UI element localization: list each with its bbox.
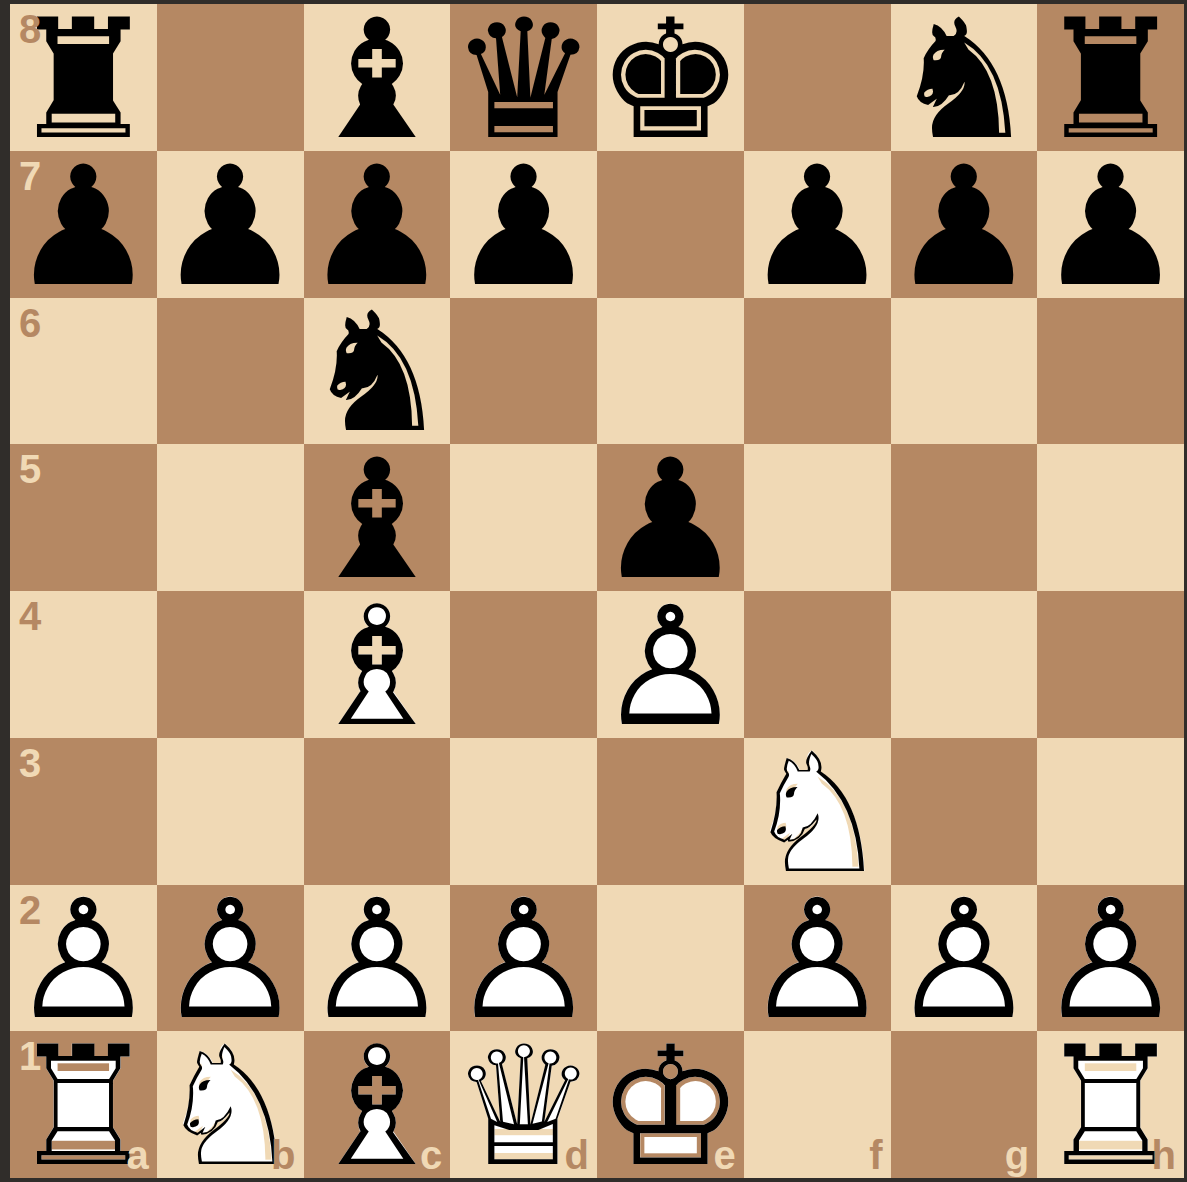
square-e1[interactable]: e♚♔ <box>597 1031 744 1178</box>
square-f5[interactable] <box>744 444 891 591</box>
piece-glyph-outline: ♗ <box>304 1034 451 1181</box>
piece-white-pawn[interactable]: ♟♙ <box>744 885 891 1032</box>
piece-glyph-outline: ♙ <box>597 594 744 741</box>
piece-glyph-fill: ♟ <box>891 154 1038 301</box>
piece-glyph-outline: ♙ <box>744 888 891 1035</box>
piece-black-rook[interactable]: ♜ <box>10 4 157 151</box>
piece-white-bishop[interactable]: ♝♗ <box>304 1031 451 1178</box>
piece-black-knight[interactable]: ♞ <box>304 298 451 445</box>
piece-black-bishop[interactable]: ♝ <box>304 444 451 591</box>
square-b5[interactable] <box>157 444 304 591</box>
square-a7[interactable]: 7♟ <box>10 151 157 298</box>
piece-black-queen[interactable]: ♛ <box>450 4 597 151</box>
square-d2[interactable]: ♟♙ <box>450 885 597 1032</box>
rank-label-3: 3 <box>19 743 41 783</box>
square-g3[interactable] <box>891 738 1038 885</box>
square-a1[interactable]: 1a♜♖ <box>10 1031 157 1178</box>
piece-glyph-outline: ♗ <box>304 594 451 741</box>
square-e8[interactable]: ♚ <box>597 4 744 151</box>
piece-white-pawn[interactable]: ♟♙ <box>157 885 304 1032</box>
piece-white-pawn[interactable]: ♟♙ <box>891 885 1038 1032</box>
piece-black-rook[interactable]: ♜ <box>1037 4 1184 151</box>
square-h4[interactable] <box>1037 591 1184 738</box>
square-d7[interactable]: ♟ <box>450 151 597 298</box>
square-h7[interactable]: ♟ <box>1037 151 1184 298</box>
square-c1[interactable]: c♝♗ <box>304 1031 451 1178</box>
square-d5[interactable] <box>450 444 597 591</box>
piece-glyph-fill: ♟ <box>744 154 891 301</box>
piece-white-queen[interactable]: ♛♕ <box>450 1031 597 1178</box>
piece-glyph-outline: ♕ <box>450 1034 597 1181</box>
square-c2[interactable]: ♟♙ <box>304 885 451 1032</box>
piece-black-pawn[interactable]: ♟ <box>891 151 1038 298</box>
piece-white-rook[interactable]: ♜♖ <box>1037 1031 1184 1178</box>
piece-black-pawn[interactable]: ♟ <box>1037 151 1184 298</box>
square-g5[interactable] <box>891 444 1038 591</box>
square-f4[interactable] <box>744 591 891 738</box>
piece-black-pawn[interactable]: ♟ <box>744 151 891 298</box>
square-g7[interactable]: ♟ <box>891 151 1038 298</box>
square-b8[interactable] <box>157 4 304 151</box>
square-e4[interactable]: ♟♙ <box>597 591 744 738</box>
square-e5[interactable]: ♟ <box>597 444 744 591</box>
square-a8[interactable]: 8♜ <box>10 4 157 151</box>
piece-glyph-fill: ♟ <box>450 154 597 301</box>
square-d4[interactable] <box>450 591 597 738</box>
piece-black-pawn[interactable]: ♟ <box>304 151 451 298</box>
rank-label-5: 5 <box>19 449 41 489</box>
square-g2[interactable]: ♟♙ <box>891 885 1038 1032</box>
piece-black-bishop[interactable]: ♝ <box>304 4 451 151</box>
piece-white-pawn[interactable]: ♟♙ <box>597 591 744 738</box>
square-c7[interactable]: ♟ <box>304 151 451 298</box>
piece-glyph-outline: ♙ <box>891 888 1038 1035</box>
square-a5[interactable]: 5 <box>10 444 157 591</box>
piece-glyph-fill: ♚ <box>597 7 744 154</box>
square-f7[interactable]: ♟ <box>744 151 891 298</box>
piece-white-knight[interactable]: ♞♘ <box>744 738 891 885</box>
square-d3[interactable] <box>450 738 597 885</box>
piece-white-knight[interactable]: ♞♘ <box>157 1031 304 1178</box>
square-d8[interactable]: ♛ <box>450 4 597 151</box>
square-h1[interactable]: h♜♖ <box>1037 1031 1184 1178</box>
square-h3[interactable] <box>1037 738 1184 885</box>
file-label-g: g <box>1005 1135 1029 1175</box>
square-h5[interactable] <box>1037 444 1184 591</box>
square-f2[interactable]: ♟♙ <box>744 885 891 1032</box>
square-d1[interactable]: d♛♕ <box>450 1031 597 1178</box>
piece-white-rook[interactable]: ♜♖ <box>10 1031 157 1178</box>
piece-white-bishop[interactable]: ♝♗ <box>304 591 451 738</box>
piece-black-pawn[interactable]: ♟ <box>10 151 157 298</box>
piece-white-pawn[interactable]: ♟♙ <box>450 885 597 1032</box>
square-c5[interactable]: ♝ <box>304 444 451 591</box>
square-g4[interactable] <box>891 591 1038 738</box>
piece-black-pawn[interactable]: ♟ <box>157 151 304 298</box>
square-b2[interactable]: ♟♙ <box>157 885 304 1032</box>
square-f8[interactable] <box>744 4 891 151</box>
square-c4[interactable]: ♝♗ <box>304 591 451 738</box>
square-g8[interactable]: ♞ <box>891 4 1038 151</box>
piece-glyph-fill: ♟ <box>1037 154 1184 301</box>
square-h8[interactable]: ♜ <box>1037 4 1184 151</box>
square-f3[interactable]: ♞♘ <box>744 738 891 885</box>
chess-board: 8♜♝♛♚♞♜7♟♟♟♟♟♟♟6♞5♝♟4♝♗♟♙3♞♘2♟♙♟♙♟♙♟♙♟♙♟… <box>10 4 1184 1178</box>
piece-white-king[interactable]: ♚♔ <box>597 1031 744 1178</box>
square-e6[interactable] <box>597 298 744 445</box>
piece-black-pawn[interactable]: ♟ <box>450 151 597 298</box>
square-b7[interactable]: ♟ <box>157 151 304 298</box>
piece-glyph-fill: ♟ <box>10 154 157 301</box>
file-label-f: f <box>869 1135 882 1175</box>
piece-black-king[interactable]: ♚ <box>597 4 744 151</box>
piece-glyph-outline: ♔ <box>597 1034 744 1181</box>
square-a4[interactable]: 4 <box>10 591 157 738</box>
square-b3[interactable] <box>157 738 304 885</box>
square-c8[interactable]: ♝ <box>304 4 451 151</box>
piece-glyph-outline: ♘ <box>157 1034 304 1181</box>
piece-white-pawn[interactable]: ♟♙ <box>304 885 451 1032</box>
square-e2[interactable] <box>597 885 744 1032</box>
piece-white-pawn[interactable]: ♟♙ <box>1037 885 1184 1032</box>
rank-label-4: 4 <box>19 596 41 636</box>
square-a3[interactable]: 3 <box>10 738 157 885</box>
square-b1[interactable]: b♞♘ <box>157 1031 304 1178</box>
piece-black-pawn[interactable]: ♟ <box>597 444 744 591</box>
piece-black-knight[interactable]: ♞ <box>891 4 1038 151</box>
piece-white-pawn[interactable]: ♟♙ <box>10 885 157 1032</box>
piece-glyph-outline: ♖ <box>1037 1034 1184 1181</box>
piece-glyph-fill: ♟ <box>157 154 304 301</box>
square-a2[interactable]: 2♟♙ <box>10 885 157 1032</box>
piece-glyph-outline: ♖ <box>10 1034 157 1181</box>
square-h2[interactable]: ♟♙ <box>1037 885 1184 1032</box>
square-b4[interactable] <box>157 591 304 738</box>
square-c6[interactable]: ♞ <box>304 298 451 445</box>
